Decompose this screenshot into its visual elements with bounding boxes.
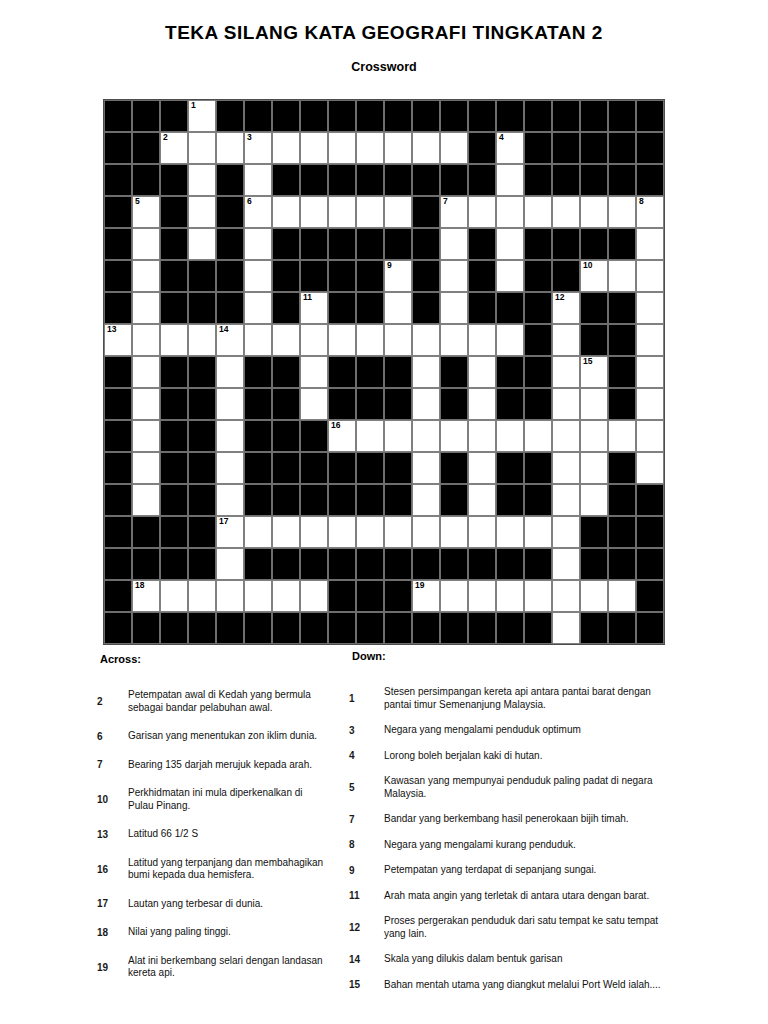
grid-cell[interactable] — [440, 132, 468, 164]
grid-cell-black — [412, 292, 440, 324]
grid-cell-black — [384, 100, 412, 132]
grid-cell[interactable] — [300, 516, 328, 548]
grid-cell[interactable] — [188, 580, 216, 612]
grid-cell[interactable] — [496, 324, 524, 356]
grid-cell[interactable] — [160, 580, 188, 612]
grid-cell[interactable]: 18 — [132, 580, 160, 612]
clue-text: Petempatan awal di Kedah yang bermula se… — [128, 689, 325, 714]
across-section: Across: 2Petempatan awal di Kedah yang b… — [96, 653, 344, 996]
grid-cell[interactable] — [328, 516, 356, 548]
grid-cell-black — [160, 548, 188, 580]
grid-cell-black — [384, 580, 412, 612]
grid-cell-black — [216, 164, 244, 196]
grid-cell-black — [608, 484, 636, 516]
grid-cell[interactable]: 13 — [104, 324, 132, 356]
grid-cell[interactable] — [608, 196, 636, 228]
grid-cell[interactable] — [132, 292, 160, 324]
clue-item: 7Bandar yang berkembang hasil penerokaan… — [348, 813, 678, 826]
grid-cell[interactable] — [412, 388, 440, 420]
grid-cell-black — [524, 484, 552, 516]
clue-item: 16Latitud yang terpanjang dan membahagik… — [96, 857, 344, 882]
grid-cell-black — [328, 260, 356, 292]
grid-cell[interactable] — [496, 260, 524, 292]
grid-cell-black — [608, 452, 636, 484]
grid-cell[interactable] — [468, 420, 496, 452]
grid-cell-black — [160, 452, 188, 484]
grid-cell[interactable] — [468, 356, 496, 388]
grid-cell-black — [188, 388, 216, 420]
clue-number: 8 — [348, 839, 384, 850]
grid-cell-black — [580, 324, 608, 356]
clue-text: Perkhidmatan ini mula diperkenalkan di P… — [128, 787, 325, 812]
cell-number: 18 — [135, 581, 144, 590]
grid-cell[interactable] — [300, 356, 328, 388]
grid-cell-black — [608, 100, 636, 132]
grid-cell[interactable] — [412, 356, 440, 388]
grid-cell[interactable] — [496, 196, 524, 228]
clue-text: Nilai yang paling tinggi. — [128, 926, 325, 939]
cell-number: 13 — [107, 325, 116, 334]
grid-cell[interactable] — [468, 196, 496, 228]
grid-cell-black — [384, 548, 412, 580]
grid-cell[interactable] — [132, 356, 160, 388]
grid-cell-black — [524, 548, 552, 580]
grid-cell[interactable] — [272, 196, 300, 228]
grid-cell[interactable] — [440, 260, 468, 292]
grid-cell[interactable] — [468, 580, 496, 612]
grid-cell[interactable] — [244, 164, 272, 196]
clue-item: 3Negara yang mengalami penduduk optimum — [348, 724, 678, 737]
grid-cell[interactable] — [440, 516, 468, 548]
grid-cell-black — [132, 164, 160, 196]
clue-text: Stesen persimpangan kereta api antara pa… — [384, 686, 672, 711]
grid-cell[interactable]: 14 — [216, 324, 244, 356]
clue-number: 2 — [96, 696, 128, 707]
grid-cell-black — [384, 228, 412, 260]
cell-number: 2 — [163, 133, 168, 142]
grid-cell[interactable] — [188, 228, 216, 260]
grid-cell-black — [412, 228, 440, 260]
grid-cell-black — [300, 420, 328, 452]
clue-number: 11 — [348, 890, 384, 901]
grid-cell[interactable] — [552, 452, 580, 484]
grid-cell-black — [356, 452, 384, 484]
clue-text: Negara yang mengalami kurang penduduk. — [384, 839, 672, 852]
grid-cell[interactable]: 19 — [412, 580, 440, 612]
grid-cell-black — [104, 548, 132, 580]
grid-cell-black — [356, 228, 384, 260]
grid-cell[interactable] — [412, 452, 440, 484]
grid-cell-black — [244, 612, 272, 644]
grid-cell[interactable] — [636, 228, 664, 260]
grid-cell[interactable] — [552, 196, 580, 228]
grid-cell-black — [384, 484, 412, 516]
grid-cell-black — [384, 612, 412, 644]
grid-cell[interactable] — [552, 324, 580, 356]
grid-cell-black — [188, 484, 216, 516]
grid-cell-black — [356, 292, 384, 324]
grid-cell-black — [468, 164, 496, 196]
clue-number: 9 — [348, 865, 384, 876]
grid-cell[interactable] — [216, 420, 244, 452]
grid-cell-black — [104, 196, 132, 228]
cell-number: 11 — [303, 293, 312, 302]
grid-cell[interactable]: 1 — [188, 100, 216, 132]
grid-cell[interactable] — [384, 324, 412, 356]
grid-cell[interactable] — [272, 324, 300, 356]
grid-cell-black — [496, 356, 524, 388]
page-subtitle: Crossword — [0, 60, 768, 74]
clue-item: 7Bearing 135 darjah merujuk kepada arah. — [96, 759, 344, 772]
grid-cell[interactable] — [636, 420, 664, 452]
clue-text: Bandar yang berkembang hasil penerokaan … — [384, 813, 672, 826]
grid-cell[interactable] — [608, 420, 636, 452]
grid-cell-black — [524, 132, 552, 164]
grid-cell-black — [104, 388, 132, 420]
grid-cell[interactable] — [552, 484, 580, 516]
grid-cell[interactable] — [244, 516, 272, 548]
grid-cell[interactable] — [132, 324, 160, 356]
grid-cell[interactable] — [580, 452, 608, 484]
grid-cell[interactable] — [384, 292, 412, 324]
grid-cell[interactable] — [272, 580, 300, 612]
grid-cell-black — [356, 548, 384, 580]
grid-cell-black — [356, 260, 384, 292]
grid-cell[interactable] — [468, 452, 496, 484]
grid-cell[interactable] — [272, 516, 300, 548]
grid-cell[interactable] — [636, 324, 664, 356]
grid-cell-black — [496, 612, 524, 644]
grid-cell-black — [552, 228, 580, 260]
grid-cell[interactable]: 6 — [244, 196, 272, 228]
clue-item: 1Stesen persimpangan kereta api antara p… — [348, 686, 678, 711]
grid-cell-black — [160, 484, 188, 516]
grid-cell[interactable] — [412, 132, 440, 164]
grid-cell[interactable] — [356, 132, 384, 164]
grid-cell[interactable] — [272, 132, 300, 164]
grid-cell[interactable] — [328, 324, 356, 356]
grid-cell-black — [440, 484, 468, 516]
clue-number: 1 — [348, 693, 384, 704]
grid-cell[interactable] — [160, 324, 188, 356]
grid-cell-black — [328, 452, 356, 484]
grid-cell-black — [244, 356, 272, 388]
grid-cell-black — [524, 260, 552, 292]
grid-cell[interactable] — [440, 324, 468, 356]
grid-cell[interactable] — [524, 516, 552, 548]
grid-cell[interactable] — [440, 580, 468, 612]
grid-cell[interactable] — [384, 516, 412, 548]
clue-number: 12 — [348, 922, 384, 933]
grid-cell-black — [552, 164, 580, 196]
clue-item: 17Lautan yang terbesar di dunia. — [96, 898, 344, 911]
grid-cell-black — [188, 612, 216, 644]
clue-number: 3 — [348, 725, 384, 736]
grid-cell[interactable] — [132, 452, 160, 484]
grid-cell[interactable] — [580, 420, 608, 452]
grid-cell-black — [160, 612, 188, 644]
grid-cell[interactable] — [412, 484, 440, 516]
grid-cell-black — [440, 356, 468, 388]
grid-cell-black — [328, 356, 356, 388]
grid-cell[interactable] — [216, 388, 244, 420]
grid-cell-black — [104, 484, 132, 516]
grid-cell-black — [160, 356, 188, 388]
grid-cell[interactable] — [300, 324, 328, 356]
grid-cell-black — [580, 164, 608, 196]
cell-number: 14 — [219, 325, 228, 334]
grid-cell[interactable] — [300, 196, 328, 228]
grid-cell-black — [580, 516, 608, 548]
grid-cell-black — [272, 420, 300, 452]
grid-cell[interactable] — [132, 388, 160, 420]
grid-cell[interactable] — [132, 484, 160, 516]
grid-cell-black — [608, 356, 636, 388]
grid-cell-black — [328, 164, 356, 196]
clue-text: Bahan mentah utama yang diangkut melalui… — [384, 979, 672, 992]
grid-cell[interactable] — [384, 420, 412, 452]
grid-cell[interactable] — [636, 292, 664, 324]
cell-number: 1 — [191, 101, 196, 110]
grid-cell[interactable]: 8 — [636, 196, 664, 228]
grid-cell[interactable] — [496, 228, 524, 260]
clue-item: 8Negara yang mengalami kurang penduduk. — [348, 839, 678, 852]
grid-cell[interactable] — [328, 132, 356, 164]
grid-cell-black — [384, 356, 412, 388]
grid-cell[interactable] — [636, 356, 664, 388]
grid-cell-black — [468, 100, 496, 132]
grid-cell-black — [524, 324, 552, 356]
grid-cell[interactable]: 15 — [580, 356, 608, 388]
grid-cell[interactable] — [552, 548, 580, 580]
grid-cell[interactable] — [524, 420, 552, 452]
grid-cell[interactable] — [468, 324, 496, 356]
grid-cell-black — [580, 100, 608, 132]
grid-cell-black — [412, 612, 440, 644]
grid-cell-black — [104, 580, 132, 612]
clue-text: Latitud yang terpanjang dan membahagikan… — [128, 857, 325, 882]
grid-cell-black — [608, 292, 636, 324]
grid-cell[interactable] — [636, 260, 664, 292]
grid-cell[interactable] — [356, 196, 384, 228]
grid-cell-black — [300, 484, 328, 516]
grid-cell[interactable] — [216, 452, 244, 484]
grid-cell[interactable] — [188, 132, 216, 164]
grid-cell-black — [608, 516, 636, 548]
grid-cell[interactable]: 2 — [160, 132, 188, 164]
grid-cell-black — [496, 452, 524, 484]
grid-cell[interactable] — [580, 580, 608, 612]
grid-cell[interactable] — [524, 580, 552, 612]
grid-cell[interactable] — [468, 516, 496, 548]
grid-cell-black — [160, 420, 188, 452]
grid-cell[interactable] — [552, 580, 580, 612]
grid-cell[interactable] — [216, 356, 244, 388]
across-header: Across: — [100, 653, 344, 665]
grid-cell[interactable] — [216, 132, 244, 164]
grid-cell[interactable] — [300, 132, 328, 164]
cell-number: 3 — [247, 133, 252, 142]
grid-cell[interactable] — [216, 580, 244, 612]
grid-cell[interactable] — [468, 484, 496, 516]
clue-text: Latitud 66 1/2 S — [128, 828, 325, 841]
grid-cell[interactable] — [440, 292, 468, 324]
grid-cell[interactable] — [468, 388, 496, 420]
grid-cell[interactable] — [580, 196, 608, 228]
worksheet-page: { "game": "crossword", "title": "TEKA SI… — [0, 0, 768, 1024]
cell-number: 19 — [415, 581, 424, 590]
grid-cell[interactable] — [580, 484, 608, 516]
grid-cell-black — [216, 292, 244, 324]
grid-cell[interactable] — [132, 260, 160, 292]
grid-cell-black — [132, 612, 160, 644]
clue-text: Petempatan yang terdapat di sepanjang su… — [384, 864, 672, 877]
grid-cell-black — [608, 228, 636, 260]
grid-cell-black — [328, 484, 356, 516]
grid-cell-black — [636, 516, 664, 548]
grid-cell[interactable] — [244, 324, 272, 356]
grid-cell-black — [496, 388, 524, 420]
grid-cell[interactable] — [216, 484, 244, 516]
clue-item: 13Latitud 66 1/2 S — [96, 828, 344, 841]
grid-cell[interactable] — [412, 516, 440, 548]
grid-cell[interactable] — [188, 164, 216, 196]
grid-cell[interactable]: 5 — [132, 196, 160, 228]
down-clue-list: 1Stesen persimpangan kereta api antara p… — [348, 686, 678, 991]
grid-cell[interactable] — [244, 292, 272, 324]
grid-cell[interactable] — [188, 324, 216, 356]
grid-cell-black — [356, 484, 384, 516]
grid-cell-black — [328, 548, 356, 580]
grid-cell-black — [440, 612, 468, 644]
grid-cell[interactable]: 11 — [300, 292, 328, 324]
grid-cell-black — [272, 612, 300, 644]
grid-cell[interactable] — [244, 260, 272, 292]
grid-cell[interactable] — [496, 516, 524, 548]
grid-cell[interactable]: 9 — [384, 260, 412, 292]
cell-number: 16 — [331, 421, 340, 430]
grid-cell[interactable]: 17 — [216, 516, 244, 548]
clue-text: Lautan yang terbesar di dunia. — [128, 898, 325, 911]
clue-item: 18Nilai yang paling tinggi. — [96, 926, 344, 939]
grid-cell[interactable] — [188, 196, 216, 228]
grid-cell[interactable] — [440, 228, 468, 260]
grid-cell[interactable] — [132, 420, 160, 452]
grid-cell-black — [608, 324, 636, 356]
grid-cell[interactable] — [496, 580, 524, 612]
grid-cell-black — [188, 452, 216, 484]
cell-number: 5 — [135, 197, 140, 206]
grid-cell[interactable] — [552, 420, 580, 452]
grid-cell-black — [300, 612, 328, 644]
grid-cell-black — [104, 260, 132, 292]
grid-cell-black — [104, 164, 132, 196]
grid-cell-black — [104, 356, 132, 388]
grid-cell[interactable] — [328, 196, 356, 228]
grid-cell-black — [216, 196, 244, 228]
grid-cell[interactable] — [300, 388, 328, 420]
grid-cell-black — [496, 548, 524, 580]
clue-number: 6 — [96, 731, 128, 742]
grid-cell-black — [132, 548, 160, 580]
grid-cell-black — [356, 164, 384, 196]
grid-cell[interactable]: 4 — [496, 132, 524, 164]
grid-cell-black — [272, 228, 300, 260]
grid-cell-black — [440, 100, 468, 132]
grid-cell[interactable] — [496, 420, 524, 452]
grid-cell-black — [272, 388, 300, 420]
grid-cell-black — [636, 612, 664, 644]
grid-cell-black — [272, 356, 300, 388]
clue-item: 4Lorong boleh berjalan kaki di hutan. — [348, 750, 678, 763]
clue-item: 10Perkhidmatan ini mula diperkenalkan di… — [96, 787, 344, 812]
grid-cell-black — [468, 292, 496, 324]
clue-number: 5 — [348, 782, 384, 793]
grid-cell-black — [412, 260, 440, 292]
grid-cell-black — [104, 132, 132, 164]
grid-cell[interactable] — [216, 548, 244, 580]
cell-number: 12 — [555, 293, 564, 302]
grid-cell[interactable] — [608, 260, 636, 292]
down-header: Down: — [352, 650, 678, 662]
grid-cell[interactable] — [580, 388, 608, 420]
grid-cell-black — [552, 260, 580, 292]
grid-cell-black — [104, 452, 132, 484]
grid-cell[interactable] — [132, 228, 160, 260]
grid-cell[interactable] — [412, 324, 440, 356]
grid-cell[interactable] — [608, 580, 636, 612]
grid-cell[interactable] — [552, 612, 580, 644]
cell-number: 9 — [387, 261, 392, 270]
grid-cell[interactable] — [356, 516, 384, 548]
clue-number: 7 — [348, 814, 384, 825]
grid-cell[interactable] — [440, 420, 468, 452]
grid-cell[interactable]: 12 — [552, 292, 580, 324]
grid-cell-black — [272, 100, 300, 132]
grid-cell-black — [160, 100, 188, 132]
grid-cell-black — [272, 484, 300, 516]
grid-cell[interactable]: 3 — [244, 132, 272, 164]
grid-cell-black — [272, 260, 300, 292]
grid-cell[interactable] — [552, 388, 580, 420]
grid-cell-black — [552, 132, 580, 164]
grid-cell[interactable] — [300, 580, 328, 612]
clue-number: 17 — [96, 898, 128, 909]
grid-cell[interactable] — [412, 420, 440, 452]
grid-cell[interactable] — [496, 164, 524, 196]
clue-text: Proses pergerakan penduduk dari satu tem… — [384, 915, 672, 940]
grid-cell-black — [636, 548, 664, 580]
grid-cell[interactable]: 16 — [328, 420, 356, 452]
grid-cell-black — [104, 516, 132, 548]
grid-cell[interactable] — [636, 452, 664, 484]
grid-cell[interactable] — [524, 196, 552, 228]
grid-cell[interactable]: 7 — [440, 196, 468, 228]
grid-cell-black — [244, 388, 272, 420]
grid-cell[interactable] — [384, 132, 412, 164]
grid-cell[interactable] — [356, 324, 384, 356]
grid-cell[interactable] — [552, 356, 580, 388]
grid-cell[interactable]: 10 — [580, 260, 608, 292]
grid-cell[interactable] — [356, 420, 384, 452]
grid-cell[interactable] — [244, 228, 272, 260]
grid-cell[interactable] — [552, 516, 580, 548]
clue-number: 4 — [348, 750, 384, 761]
grid-cell[interactable] — [384, 196, 412, 228]
grid-cell-black — [216, 100, 244, 132]
grid-cell[interactable] — [244, 580, 272, 612]
grid-cell[interactable] — [636, 388, 664, 420]
